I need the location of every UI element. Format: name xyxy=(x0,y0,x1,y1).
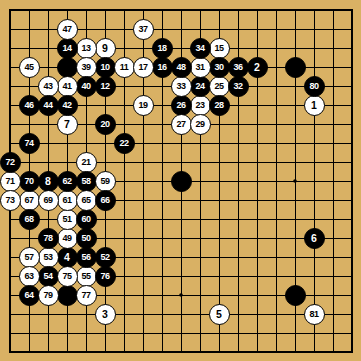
stone-black-16: 16 xyxy=(152,57,173,78)
move-number: 57 xyxy=(24,253,33,262)
move-number: 28 xyxy=(214,101,223,110)
board-grid: 1234567891011121314151617181920212223242… xyxy=(1,1,361,361)
stone-white-81: 81 xyxy=(304,304,325,325)
stone-white-17: 17 xyxy=(133,57,154,78)
stone-black-62: 62 xyxy=(57,171,78,192)
stone-white-75: 75 xyxy=(57,266,78,287)
move-number: 64 xyxy=(24,291,33,300)
move-number: 60 xyxy=(81,215,90,224)
move-number: 27 xyxy=(176,120,185,129)
handicap-stone-black xyxy=(57,57,78,78)
move-number: 26 xyxy=(176,101,185,110)
stone-black-34: 34 xyxy=(190,38,211,59)
stone-white-41: 41 xyxy=(57,76,78,97)
move-number: 12 xyxy=(100,82,109,91)
stone-white-79: 79 xyxy=(38,285,59,306)
move-number: 51 xyxy=(62,215,71,224)
stone-white-7: 7 xyxy=(57,114,78,135)
move-number: 61 xyxy=(62,196,71,205)
move-number: 67 xyxy=(24,196,33,205)
move-number: 66 xyxy=(100,196,109,205)
move-number: 36 xyxy=(233,63,242,72)
move-number: 8 xyxy=(45,176,51,187)
move-number: 2 xyxy=(254,62,260,73)
stone-white-39: 39 xyxy=(76,57,97,78)
move-number: 79 xyxy=(43,291,52,300)
stone-white-37: 37 xyxy=(133,19,154,40)
stone-black-2: 2 xyxy=(247,57,268,78)
move-number: 29 xyxy=(195,120,204,129)
move-number: 78 xyxy=(43,234,52,243)
stone-white-5: 5 xyxy=(209,304,230,325)
move-number: 58 xyxy=(81,177,90,186)
go-board[interactable]: 1234567891011121314151617181920212223242… xyxy=(0,0,361,361)
stone-white-25: 25 xyxy=(209,76,230,97)
move-number: 6 xyxy=(311,233,317,244)
move-number: 80 xyxy=(309,82,318,91)
move-number: 47 xyxy=(62,25,71,34)
move-number: 71 xyxy=(5,177,14,186)
stone-white-61: 61 xyxy=(57,190,78,211)
stone-black-40: 40 xyxy=(76,76,97,97)
move-number: 59 xyxy=(100,177,109,186)
move-number: 53 xyxy=(43,253,52,262)
stone-white-23: 23 xyxy=(190,95,211,116)
move-number: 9 xyxy=(102,43,108,54)
stone-black-66: 66 xyxy=(95,190,116,211)
move-number: 34 xyxy=(195,44,204,53)
move-number: 70 xyxy=(24,177,33,186)
move-number: 41 xyxy=(62,82,71,91)
stone-black-32: 32 xyxy=(228,76,249,97)
stone-black-28: 28 xyxy=(209,95,230,116)
stone-black-12: 12 xyxy=(95,76,116,97)
stone-black-52: 52 xyxy=(95,247,116,268)
move-number: 69 xyxy=(43,196,52,205)
stone-black-14: 14 xyxy=(57,38,78,59)
move-number: 49 xyxy=(62,234,71,243)
stone-black-22: 22 xyxy=(114,133,135,154)
stone-black-74: 74 xyxy=(19,133,40,154)
move-number: 39 xyxy=(81,63,90,72)
move-number: 22 xyxy=(119,139,128,148)
stone-white-9: 9 xyxy=(95,38,116,59)
stone-white-19: 19 xyxy=(133,95,154,116)
stone-black-46: 46 xyxy=(19,95,40,116)
move-number: 81 xyxy=(309,310,318,319)
stone-white-65: 65 xyxy=(76,190,97,211)
move-number: 24 xyxy=(195,82,204,91)
stone-black-48: 48 xyxy=(171,57,192,78)
stone-black-18: 18 xyxy=(152,38,173,59)
stone-black-24: 24 xyxy=(190,76,211,97)
move-number: 11 xyxy=(120,63,129,72)
stone-white-21: 21 xyxy=(76,152,97,173)
stone-black-6: 6 xyxy=(304,228,325,249)
stone-black-68: 68 xyxy=(19,209,40,230)
stone-black-60: 60 xyxy=(76,209,97,230)
move-number: 56 xyxy=(81,253,90,262)
handicap-stone-black xyxy=(171,171,192,192)
stone-white-43: 43 xyxy=(38,76,59,97)
stone-black-64: 64 xyxy=(19,285,40,306)
move-number: 65 xyxy=(81,196,90,205)
move-number: 73 xyxy=(5,196,14,205)
stone-black-70: 70 xyxy=(19,171,40,192)
stone-black-44: 44 xyxy=(38,95,59,116)
move-number: 62 xyxy=(62,177,71,186)
move-number: 68 xyxy=(24,215,33,224)
move-number: 74 xyxy=(24,139,33,148)
move-number: 77 xyxy=(81,291,90,300)
move-number: 44 xyxy=(43,101,52,110)
stone-white-57: 57 xyxy=(19,247,40,268)
stone-black-50: 50 xyxy=(76,228,97,249)
stone-white-53: 53 xyxy=(38,247,59,268)
move-number: 40 xyxy=(81,82,90,91)
stone-white-51: 51 xyxy=(57,209,78,230)
stone-white-69: 69 xyxy=(38,190,59,211)
stone-white-45: 45 xyxy=(19,57,40,78)
move-number: 45 xyxy=(24,63,33,72)
stone-white-33: 33 xyxy=(171,76,192,97)
stone-white-55: 55 xyxy=(76,266,97,287)
move-number: 17 xyxy=(138,63,147,72)
move-number: 76 xyxy=(100,272,109,281)
stone-black-36: 36 xyxy=(228,57,249,78)
move-number: 72 xyxy=(5,158,14,167)
move-number: 63 xyxy=(24,272,33,281)
stone-white-73: 73 xyxy=(0,190,21,211)
move-number: 31 xyxy=(195,63,204,72)
stone-black-10: 10 xyxy=(95,57,116,78)
stone-white-15: 15 xyxy=(209,38,230,59)
stone-black-56: 56 xyxy=(76,247,97,268)
move-number: 20 xyxy=(100,120,109,129)
stone-black-80: 80 xyxy=(304,76,325,97)
stone-black-4: 4 xyxy=(57,247,78,268)
stone-white-31: 31 xyxy=(190,57,211,78)
move-number: 25 xyxy=(214,82,223,91)
move-number: 5 xyxy=(216,309,222,320)
stone-black-42: 42 xyxy=(57,95,78,116)
move-number: 16 xyxy=(157,63,166,72)
stone-white-59: 59 xyxy=(95,171,116,192)
stone-black-58: 58 xyxy=(76,171,97,192)
move-number: 1 xyxy=(311,100,317,111)
move-number: 13 xyxy=(81,44,90,53)
move-number: 32 xyxy=(233,82,242,91)
move-number: 15 xyxy=(214,44,223,53)
move-number: 18 xyxy=(157,44,166,53)
move-number: 33 xyxy=(176,82,185,91)
stone-white-3: 3 xyxy=(95,304,116,325)
stone-black-26: 26 xyxy=(171,95,192,116)
move-number: 42 xyxy=(62,101,71,110)
stone-white-63: 63 xyxy=(19,266,40,287)
stone-white-49: 49 xyxy=(57,228,78,249)
stone-white-67: 67 xyxy=(19,190,40,211)
move-number: 55 xyxy=(81,272,90,281)
move-number: 21 xyxy=(81,158,90,167)
move-number: 19 xyxy=(138,101,147,110)
move-number: 46 xyxy=(24,101,33,110)
stone-black-76: 76 xyxy=(95,266,116,287)
stone-black-20: 20 xyxy=(95,114,116,135)
move-number: 43 xyxy=(43,82,52,91)
stone-white-29: 29 xyxy=(190,114,211,135)
stone-black-78: 78 xyxy=(38,228,59,249)
handicap-stone-black xyxy=(57,285,78,306)
move-number: 30 xyxy=(214,63,223,72)
stone-white-47: 47 xyxy=(57,19,78,40)
stone-white-13: 13 xyxy=(76,38,97,59)
stone-white-77: 77 xyxy=(76,285,97,306)
move-number: 14 xyxy=(62,44,71,53)
stone-white-1: 1 xyxy=(304,95,325,116)
move-number: 75 xyxy=(62,272,71,281)
move-number: 54 xyxy=(43,272,52,281)
stone-black-54: 54 xyxy=(38,266,59,287)
move-number: 4 xyxy=(64,252,70,263)
stone-white-27: 27 xyxy=(171,114,192,135)
stone-black-30: 30 xyxy=(209,57,230,78)
stone-white-11: 11 xyxy=(114,57,135,78)
move-number: 3 xyxy=(102,309,108,320)
move-number: 37 xyxy=(138,25,147,34)
move-number: 52 xyxy=(100,253,109,262)
move-number: 23 xyxy=(195,101,204,110)
move-number: 10 xyxy=(100,63,109,72)
stone-white-71: 71 xyxy=(0,171,21,192)
handicap-stone-black xyxy=(285,285,306,306)
move-number: 7 xyxy=(64,119,70,130)
move-number: 48 xyxy=(176,63,185,72)
stone-black-72: 72 xyxy=(0,152,21,173)
stone-black-8: 8 xyxy=(38,171,59,192)
handicap-stone-black xyxy=(285,57,306,78)
move-number: 50 xyxy=(81,234,90,243)
